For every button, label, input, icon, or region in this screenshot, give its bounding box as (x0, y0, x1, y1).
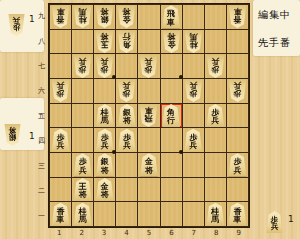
hand-count: 1 (29, 14, 35, 24)
piece-王将[interactable]: 王将 (73, 178, 92, 201)
star-point (179, 75, 183, 79)
rank-label-五: 五 (38, 111, 45, 121)
piece-桂馬[interactable]: 桂馬 (206, 203, 225, 226)
file-labels: 123456789 (48, 228, 250, 238)
square-5九[interactable] (138, 5, 159, 29)
square-9八[interactable] (227, 30, 248, 54)
file-label-7: 7 (192, 229, 196, 237)
file-label-3: 3 (102, 229, 106, 237)
app-window: 九八七六五四三二一 123456789 香車桂馬銀将金将飛車香車玉将角行金将桂馬… (0, 0, 300, 239)
square-7七[interactable] (183, 54, 204, 78)
square-5二[interactable] (138, 178, 159, 202)
piece-歩兵[interactable]: 歩兵 (95, 129, 114, 152)
square-4二[interactable] (116, 178, 137, 202)
square-7一[interactable] (183, 202, 204, 226)
square-8八[interactable] (205, 30, 226, 54)
piece-銀将[interactable]: 銀将 (95, 5, 114, 28)
piece-香車[interactable]: 香車 (51, 5, 70, 28)
square-7五[interactable] (183, 104, 204, 128)
hand-count: 1 (288, 214, 294, 224)
rank-label-一: 一 (38, 211, 45, 221)
square-2四[interactable] (72, 128, 93, 152)
piece-歩兵[interactable]: 歩兵 (228, 79, 247, 102)
file-label-9: 9 (236, 229, 240, 237)
square-3一[interactable] (94, 202, 115, 226)
square-4一[interactable] (116, 202, 137, 226)
square-9九[interactable]: 香車 (227, 5, 248, 29)
square-1四[interactable]: 歩兵 (50, 128, 71, 152)
square-7六[interactable]: 歩兵 (183, 79, 204, 103)
square-9五[interactable] (227, 104, 248, 128)
square-3六[interactable] (94, 79, 115, 103)
square-8四[interactable] (205, 128, 226, 152)
mode-indicator: 編集中 (258, 8, 300, 22)
piece-桂馬[interactable]: 桂馬 (95, 104, 114, 127)
piece-桂馬[interactable]: 桂馬 (73, 5, 92, 28)
piece-歩兵[interactable]: 歩兵 (95, 55, 114, 78)
piece-歩兵[interactable]: 歩兵 (206, 55, 225, 78)
piece-角行[interactable]: 角行 (117, 30, 136, 53)
square-4五[interactable]: 銀将 (116, 104, 137, 128)
square-1三[interactable] (50, 153, 71, 177)
rank-labels: 九八七六五四三二一 (36, 3, 47, 228)
square-2九[interactable]: 桂馬 (72, 5, 93, 29)
square-8六[interactable] (205, 79, 226, 103)
square-2八[interactable] (72, 30, 93, 54)
rank-label-九: 九 (38, 11, 45, 21)
piece-銀将[interactable]: 銀将 (95, 153, 114, 176)
square-1六[interactable]: 歩兵 (50, 79, 71, 103)
star-point (112, 150, 116, 154)
square-1七[interactable] (50, 54, 71, 78)
square-6七[interactable] (161, 54, 182, 78)
square-1一[interactable]: 香車 (50, 202, 71, 226)
piece-歩兵[interactable]: 歩兵 (117, 79, 136, 102)
square-6五[interactable]: 角行 (161, 104, 182, 128)
rank-label-四: 四 (38, 136, 45, 146)
file-label-5: 5 (147, 229, 151, 237)
rank-label-六: 六 (38, 86, 45, 96)
square-8二[interactable] (205, 178, 226, 202)
square-3三[interactable]: 銀将 (94, 153, 115, 177)
rank-label-七: 七 (38, 61, 45, 71)
star-point (179, 150, 183, 154)
turn-indicator: 先手番 (258, 36, 300, 50)
square-3五[interactable]: 桂馬 (94, 104, 115, 128)
square-5三[interactable]: 金将 (138, 153, 159, 177)
square-9四[interactable] (227, 128, 248, 152)
piece-歩兵[interactable]: 歩兵 (184, 129, 203, 152)
piece-金将[interactable]: 金将 (162, 30, 181, 53)
rank-label-二: 二 (38, 186, 45, 196)
square-4四[interactable]: 歩兵 (116, 128, 137, 152)
piece-銀将[interactable]: 銀将 (117, 104, 136, 127)
hand-count: 1 (29, 131, 35, 141)
square-4三[interactable] (116, 153, 137, 177)
square-4八[interactable]: 角行 (116, 30, 137, 54)
square-9二[interactable] (227, 178, 248, 202)
file-label-8: 8 (214, 229, 218, 237)
square-8七[interactable]: 歩兵 (205, 54, 226, 78)
piece-香車[interactable]: 香車 (228, 5, 247, 28)
square-4七[interactable] (116, 54, 137, 78)
square-5六[interactable] (138, 79, 159, 103)
piece-金将[interactable]: 金将 (95, 178, 114, 201)
square-8三[interactable] (205, 153, 226, 177)
square-5八[interactable] (138, 30, 159, 54)
square-5七[interactable]: 歩兵 (138, 54, 159, 78)
square-6一[interactable] (161, 202, 182, 226)
square-6四[interactable] (161, 128, 182, 152)
piece-桂馬[interactable]: 桂馬 (73, 203, 92, 226)
piece-歩兵[interactable]: 歩兵 (73, 55, 92, 78)
square-7四[interactable]: 歩兵 (183, 128, 204, 152)
square-4六[interactable]: 歩兵 (116, 79, 137, 103)
square-6二[interactable] (161, 178, 182, 202)
file-label-1: 1 (57, 229, 61, 237)
piece-金将[interactable]: 金将 (139, 153, 158, 176)
square-2二[interactable]: 王将 (72, 178, 93, 202)
square-1九[interactable]: 香車 (50, 5, 71, 29)
piece-歩兵[interactable]: 歩兵 (117, 129, 136, 152)
rank-label-三: 三 (38, 161, 45, 171)
square-1二[interactable] (50, 178, 71, 202)
square-7三[interactable] (183, 153, 204, 177)
file-label-2: 2 (79, 229, 83, 237)
shogi-board[interactable]: 香車桂馬銀将金将飛車香車玉将角行金将桂馬歩兵歩兵歩兵歩兵歩兵歩兵歩兵歩兵桂馬銀将… (48, 3, 250, 228)
file-label-6: 6 (169, 229, 173, 237)
piece-香車[interactable]: 香車 (51, 203, 70, 226)
piece-玉将[interactable]: 玉将 (95, 30, 114, 53)
square-3二[interactable]: 金将 (94, 178, 115, 202)
square-4九[interactable]: 金将 (116, 5, 137, 29)
square-5一[interactable] (138, 202, 159, 226)
square-5五[interactable]: 飛車 (138, 104, 159, 128)
square-9三[interactable]: 歩兵 (227, 153, 248, 177)
square-3四[interactable]: 歩兵 (94, 128, 115, 152)
piece-歩兵[interactable]: 歩兵 (51, 129, 70, 152)
square-9六[interactable]: 歩兵 (227, 79, 248, 103)
piece-桂馬[interactable]: 桂馬 (184, 30, 203, 53)
piece-香車[interactable]: 香車 (228, 203, 247, 226)
square-2一[interactable]: 桂馬 (72, 202, 93, 226)
file-label-4: 4 (124, 229, 128, 237)
hand-piece-bottom-歩兵[interactable]: 歩兵 (266, 211, 283, 233)
rank-label-八: 八 (38, 36, 45, 46)
square-2三[interactable]: 歩兵 (72, 153, 93, 177)
square-7九[interactable] (183, 5, 204, 29)
piece-歩兵[interactable]: 歩兵 (228, 153, 247, 176)
piece-歩兵[interactable]: 歩兵 (73, 153, 92, 176)
square-9七[interactable] (227, 54, 248, 78)
square-9一[interactable]: 香車 (227, 202, 248, 226)
square-6六[interactable] (161, 79, 182, 103)
square-1五[interactable] (50, 104, 71, 128)
piece-歩兵[interactable]: 歩兵 (51, 79, 70, 102)
piece-歩兵[interactable]: 歩兵 (139, 55, 158, 78)
square-8五[interactable]: 歩兵 (205, 104, 226, 128)
square-8一[interactable]: 桂馬 (205, 202, 226, 226)
piece-飛車[interactable]: 飛車 (139, 104, 158, 127)
piece-歩兵[interactable]: 歩兵 (206, 104, 225, 127)
piece-飛車[interactable]: 飛車 (162, 5, 181, 28)
square-2七[interactable]: 歩兵 (72, 54, 93, 78)
square-3九[interactable]: 銀将 (94, 5, 115, 29)
piece-歩兵[interactable]: 歩兵 (184, 79, 203, 102)
square-2五[interactable] (72, 104, 93, 128)
square-7八[interactable]: 桂馬 (183, 30, 204, 54)
square-7二[interactable] (183, 178, 204, 202)
square-6三[interactable] (161, 153, 182, 177)
square-6八[interactable]: 金将 (161, 30, 182, 54)
square-8九[interactable] (205, 5, 226, 29)
star-point (112, 75, 116, 79)
square-5四[interactable] (138, 128, 159, 152)
piece-角行[interactable]: 角行 (162, 104, 181, 127)
square-1八[interactable] (50, 30, 71, 54)
square-3八[interactable]: 玉将 (94, 30, 115, 54)
square-6九[interactable]: 飛車 (161, 5, 182, 29)
square-2六[interactable] (72, 79, 93, 103)
piece-金将[interactable]: 金将 (117, 5, 136, 28)
